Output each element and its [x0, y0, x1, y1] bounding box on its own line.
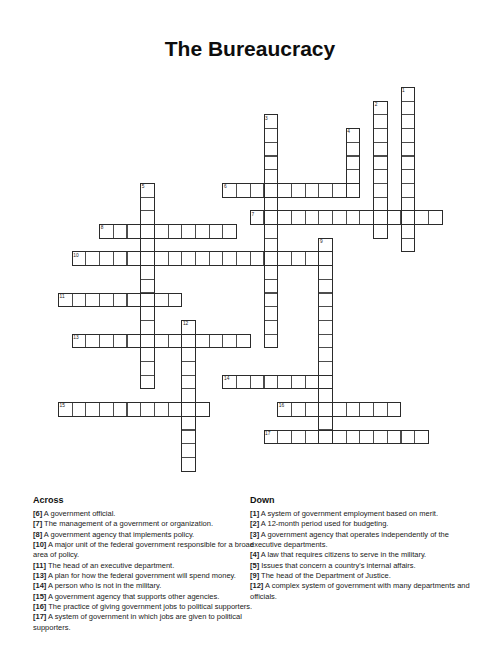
- cell-r18-c9[interactable]: [181, 334, 196, 349]
- cell-r10-c3[interactable]: [99, 224, 114, 239]
- cell-r17-c6[interactable]: [140, 320, 155, 335]
- cell-r18-c7[interactable]: [154, 334, 169, 349]
- cell-r10-c23[interactable]: [373, 224, 388, 239]
- cell-r9-c19[interactable]: [318, 210, 333, 225]
- cell-r27-c9[interactable]: [181, 457, 196, 472]
- cell-r7-c6[interactable]: [140, 183, 155, 198]
- cell-r7-c25[interactable]: [401, 183, 416, 198]
- cell-r7-c15[interactable]: [264, 183, 279, 198]
- cell-r8-c15[interactable]: [264, 197, 279, 212]
- cell-r9-c14[interactable]: [250, 210, 265, 225]
- cell-r23-c9[interactable]: [181, 402, 196, 417]
- cell-r2-c15[interactable]: [264, 114, 279, 129]
- cell-r8-c6[interactable]: [140, 197, 155, 212]
- cell-r18-c4[interactable]: [113, 334, 128, 349]
- cell-r15-c1[interactable]: [72, 293, 87, 308]
- clue-5: [5] Issues that concern a country's inte…: [250, 561, 470, 571]
- clue-13: [13] A plan for how the federal governme…: [33, 571, 261, 581]
- cell-r23-c5[interactable]: [127, 402, 142, 417]
- cell-r12-c6[interactable]: [140, 251, 155, 266]
- cell-r23-c23[interactable]: [373, 402, 388, 417]
- cell-r12-c13[interactable]: [236, 251, 251, 266]
- cell-r13-c15[interactable]: [264, 265, 279, 280]
- cell-r5-c21[interactable]: [346, 156, 361, 171]
- cell-r12-c11[interactable]: [209, 251, 224, 266]
- cell-r7-c20[interactable]: [332, 183, 347, 198]
- cell-r22-c9[interactable]: [181, 388, 196, 403]
- cell-r25-c24[interactable]: [387, 430, 402, 445]
- cell-r15-c0[interactable]: [58, 293, 73, 308]
- cell-r12-c17[interactable]: [291, 251, 306, 266]
- clue-2: [2] A 12-month period used for budgeting…: [250, 519, 470, 529]
- cell-r18-c6[interactable]: [140, 334, 155, 349]
- cell-r19-c19[interactable]: [318, 347, 333, 362]
- cell-r11-c25[interactable]: [401, 238, 416, 253]
- cell-r13-c19[interactable]: [318, 265, 333, 280]
- cell-r12-c2[interactable]: [85, 251, 100, 266]
- cell-r7-c18[interactable]: [305, 183, 320, 198]
- cell-r15-c7[interactable]: [154, 293, 169, 308]
- cell-r15-c3[interactable]: [99, 293, 114, 308]
- cell-r5-c15[interactable]: [264, 156, 279, 171]
- clue-16: [16] The practice of giving government j…: [33, 602, 261, 612]
- cell-r21-c6[interactable]: [140, 375, 155, 390]
- cell-r23-c16[interactable]: [277, 402, 292, 417]
- cell-r12-c16[interactable]: [277, 251, 292, 266]
- cell-r6-c15[interactable]: [264, 169, 279, 184]
- cell-r25-c18[interactable]: [305, 430, 320, 445]
- cell-r11-c15[interactable]: [264, 238, 279, 253]
- cell-r18-c19[interactable]: [318, 334, 333, 349]
- cell-r6-c25[interactable]: [401, 169, 416, 184]
- clue-7: [7] The management of a government or or…: [33, 519, 261, 529]
- cell-r18-c8[interactable]: [168, 334, 183, 349]
- cell-r15-c6[interactable]: [140, 293, 155, 308]
- cell-r15-c8[interactable]: [168, 293, 183, 308]
- cell-r15-c2[interactable]: [85, 293, 100, 308]
- cell-r3-c25[interactable]: [401, 128, 416, 143]
- cell-r23-c10[interactable]: [195, 402, 210, 417]
- cell-r25-c17[interactable]: [291, 430, 306, 445]
- cell-r10-c8[interactable]: [168, 224, 183, 239]
- cell-r10-c25[interactable]: [401, 224, 416, 239]
- cell-r18-c3[interactable]: [99, 334, 114, 349]
- cell-r23-c7[interactable]: [154, 402, 169, 417]
- cell-r10-c11[interactable]: [209, 224, 224, 239]
- cell-r19-c9[interactable]: [181, 347, 196, 362]
- cell-r15-c4[interactable]: [113, 293, 128, 308]
- cell-r21-c9[interactable]: [181, 375, 196, 390]
- cell-r6-c21[interactable]: [346, 169, 361, 184]
- clue-12: [12] A complex system of government with…: [250, 581, 470, 602]
- cell-r9-c27[interactable]: [428, 210, 443, 225]
- cell-r3-c15[interactable]: [264, 128, 279, 143]
- cell-r16-c19[interactable]: [318, 306, 333, 321]
- cell-r1-c23[interactable]: [373, 101, 388, 116]
- cell-r9-c24[interactable]: [387, 210, 402, 225]
- cell-r17-c15[interactable]: [264, 320, 279, 335]
- cell-r21-c14[interactable]: [250, 375, 265, 390]
- cell-r7-c14[interactable]: [250, 183, 265, 198]
- cell-r15-c19[interactable]: [318, 293, 333, 308]
- cell-r23-c17[interactable]: [291, 402, 306, 417]
- puzzle-title: The Bureaucracy: [0, 37, 500, 61]
- cell-r4-c23[interactable]: [373, 142, 388, 157]
- clue-15: [15] A government agency that supports o…: [33, 592, 261, 602]
- cell-r9-c23[interactable]: [373, 210, 388, 225]
- cell-r7-c13[interactable]: [236, 183, 251, 198]
- cell-r23-c8[interactable]: [168, 402, 183, 417]
- cell-r25-c9[interactable]: [181, 430, 196, 445]
- cell-r12-c4[interactable]: [113, 251, 128, 266]
- cell-r9-c21[interactable]: [346, 210, 361, 225]
- cell-r21-c19[interactable]: [318, 375, 333, 390]
- cell-r18-c15[interactable]: [264, 334, 279, 349]
- cell-r23-c21[interactable]: [346, 402, 361, 417]
- cell-r24-c9[interactable]: [181, 416, 196, 431]
- cell-r14-c19[interactable]: [318, 279, 333, 294]
- cell-r20-c19[interactable]: [318, 361, 333, 376]
- cell-r23-c4[interactable]: [113, 402, 128, 417]
- cell-r25-c23[interactable]: [373, 430, 388, 445]
- cell-r7-c19[interactable]: [318, 183, 333, 198]
- down-clue-list: [1] A system of government employment ba…: [250, 509, 470, 602]
- cell-r21-c18[interactable]: [305, 375, 320, 390]
- cell-r4-c21[interactable]: [346, 142, 361, 157]
- cell-r18-c13[interactable]: [236, 334, 251, 349]
- down-header: Down: [250, 495, 470, 505]
- cell-r25-c26[interactable]: [414, 430, 429, 445]
- clue-3: [3] A government agency that operates in…: [250, 530, 470, 551]
- cell-r9-c15[interactable]: [264, 210, 279, 225]
- cell-r12-c3[interactable]: [99, 251, 114, 266]
- cell-r25-c22[interactable]: [359, 430, 374, 445]
- cell-r23-c6[interactable]: [140, 402, 155, 417]
- crossword-grid: 1234567891011121314151617: [58, 87, 443, 472]
- cell-r18-c10[interactable]: [195, 334, 210, 349]
- down-clues-section: Down [1] A system of government employme…: [250, 495, 470, 602]
- cell-r1-c25[interactable]: [401, 101, 416, 116]
- cell-r2-c25[interactable]: [401, 114, 416, 129]
- clue-14: [14] A person who is not in the military…: [33, 581, 261, 591]
- cell-r4-c15[interactable]: [264, 142, 279, 157]
- clue-6: [6] A government official.: [33, 509, 261, 519]
- cell-r17-c19[interactable]: [318, 320, 333, 335]
- cell-r23-c18[interactable]: [305, 402, 320, 417]
- cell-r12-c19[interactable]: [318, 251, 333, 266]
- cell-r6-c23[interactable]: [373, 169, 388, 184]
- across-clue-list: [6] A government official.[7] The manage…: [33, 509, 261, 633]
- cell-r23-c1[interactable]: [72, 402, 87, 417]
- cell-r12-c9[interactable]: [181, 251, 196, 266]
- cell-r14-c6[interactable]: [140, 279, 155, 294]
- cell-r5-c25[interactable]: [401, 156, 416, 171]
- cell-r12-c10[interactable]: [195, 251, 210, 266]
- cell-r10-c10[interactable]: [195, 224, 210, 239]
- clue-17: [17] A system of government in which job…: [33, 612, 261, 633]
- cell-r12-c5[interactable]: [127, 251, 142, 266]
- cell-r3-c23[interactable]: [373, 128, 388, 143]
- cell-r25-c20[interactable]: [332, 430, 347, 445]
- cell-r16-c15[interactable]: [264, 306, 279, 321]
- cell-r3-c21[interactable]: [346, 128, 361, 143]
- cell-r25-c25[interactable]: [401, 430, 416, 445]
- clue-9: [9] The head of the Department of Justic…: [250, 571, 470, 581]
- cell-r15-c5[interactable]: [127, 293, 142, 308]
- cell-r10-c4[interactable]: [113, 224, 128, 239]
- cell-r7-c12[interactable]: [222, 183, 237, 198]
- cell-r20-c9[interactable]: [181, 361, 196, 376]
- clue-8: [8] A government agency that implements …: [33, 530, 261, 540]
- cell-r12-c12[interactable]: [222, 251, 237, 266]
- cell-r17-c9[interactable]: [181, 320, 196, 335]
- cell-r12-c14[interactable]: [250, 251, 265, 266]
- cell-r22-c19[interactable]: [318, 388, 333, 403]
- cell-r7-c21[interactable]: [346, 183, 361, 198]
- cell-r4-c25[interactable]: [401, 142, 416, 157]
- cell-r9-c25[interactable]: [401, 210, 416, 225]
- cell-r18-c5[interactable]: [127, 334, 142, 349]
- cell-r12-c7[interactable]: [154, 251, 169, 266]
- cell-r25-c15[interactable]: [264, 430, 279, 445]
- cell-r21-c16[interactable]: [277, 375, 292, 390]
- cell-r9-c22[interactable]: [359, 210, 374, 225]
- cell-r21-c15[interactable]: [264, 375, 279, 390]
- cell-r20-c6[interactable]: [140, 361, 155, 376]
- cell-r8-c23[interactable]: [373, 197, 388, 212]
- cell-r19-c6[interactable]: [140, 347, 155, 362]
- cell-r12-c8[interactable]: [168, 251, 183, 266]
- cell-r23-c3[interactable]: [99, 402, 114, 417]
- across-header: Across: [33, 495, 261, 505]
- cell-r23-c22[interactable]: [359, 402, 374, 417]
- cell-r18-c2[interactable]: [85, 334, 100, 349]
- cell-r7-c16[interactable]: [277, 183, 292, 198]
- cell-r12-c15[interactable]: [264, 251, 279, 266]
- cell-r13-c6[interactable]: [140, 265, 155, 280]
- cell-r23-c2[interactable]: [85, 402, 100, 417]
- cell-r12-c18[interactable]: [305, 251, 320, 266]
- cell-r9-c6[interactable]: [140, 210, 155, 225]
- cell-r9-c18[interactable]: [305, 210, 320, 225]
- cell-r7-c17[interactable]: [291, 183, 306, 198]
- cell-r9-c26[interactable]: [414, 210, 429, 225]
- cell-r16-c6[interactable]: [140, 306, 155, 321]
- cell-r8-c25[interactable]: [401, 197, 416, 212]
- cell-r18-c1[interactable]: [72, 334, 87, 349]
- cell-r15-c15[interactable]: [264, 293, 279, 308]
- cell-r0-c25[interactable]: [401, 87, 416, 102]
- clue-1: [1] A system of government employment ba…: [250, 509, 470, 519]
- cell-r9-c17[interactable]: [291, 210, 306, 225]
- cell-r9-c16[interactable]: [277, 210, 292, 225]
- cell-r25-c16[interactable]: [277, 430, 292, 445]
- cell-r10-c7[interactable]: [154, 224, 169, 239]
- cell-r21-c17[interactable]: [291, 375, 306, 390]
- cell-r10-c5[interactable]: [127, 224, 142, 239]
- cell-r23-c19[interactable]: [318, 402, 333, 417]
- cell-r5-c23[interactable]: [373, 156, 388, 171]
- cell-r25-c19[interactable]: [318, 430, 333, 445]
- clue-10: [10] A major unit of the federal governm…: [33, 540, 261, 561]
- cell-r7-c23[interactable]: [373, 183, 388, 198]
- cell-r10-c6[interactable]: [140, 224, 155, 239]
- cell-r21-c13[interactable]: [236, 375, 251, 390]
- cell-r18-c11[interactable]: [209, 334, 224, 349]
- cell-r23-c20[interactable]: [332, 402, 347, 417]
- cell-r25-c21[interactable]: [346, 430, 361, 445]
- cell-r23-c0[interactable]: [58, 402, 73, 417]
- clue-4: [4] A law that requires citizens to serv…: [250, 550, 470, 560]
- cell-r24-c19[interactable]: [318, 416, 333, 431]
- cell-r14-c15[interactable]: [264, 279, 279, 294]
- cell-r18-c12[interactable]: [222, 334, 237, 349]
- cell-r10-c9[interactable]: [181, 224, 196, 239]
- cell-r21-c12[interactable]: [222, 375, 237, 390]
- cell-r2-c23[interactable]: [373, 114, 388, 129]
- across-clues-section: Across [6] A government official.[7] The…: [33, 495, 261, 633]
- cell-r10-c12[interactable]: [222, 224, 237, 239]
- cell-r12-c1[interactable]: [72, 251, 87, 266]
- cell-r26-c9[interactable]: [181, 443, 196, 458]
- clue-11: [11] The head of an executive department…: [33, 561, 261, 571]
- cell-r23-c24[interactable]: [387, 402, 402, 417]
- cell-r11-c19[interactable]: [318, 238, 333, 253]
- cell-r9-c20[interactable]: [332, 210, 347, 225]
- cell-r11-c6[interactable]: [140, 238, 155, 253]
- cell-r10-c15[interactable]: [264, 224, 279, 239]
